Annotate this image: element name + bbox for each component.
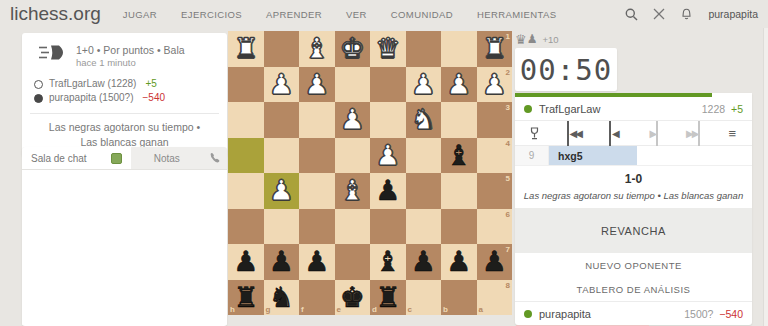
piece-bP-c7[interactable]: ♟ [411,244,436,279]
bottom-player-rating: 1500? −540 [684,308,743,320]
scrollbar-track[interactable] [763,28,768,326]
square-b6[interactable] [441,209,477,245]
phone-icon[interactable] [203,147,227,169]
square-d7[interactable]: ♝ [370,244,406,280]
file-label-b: b [443,305,448,314]
square-a4[interactable]: 4 [477,138,513,174]
square-b5[interactable] [441,173,477,209]
top-navbar: lichess.org JUGAR EJERCICIOS APRENDER VE… [0,0,768,28]
black-player-link[interactable]: purapapita (1500?) [49,91,134,106]
square-b3[interactable] [441,102,477,138]
file-label-e: e [337,305,341,314]
black-player-row: purapapita (1500?) −540 [34,91,215,106]
chat-body[interactable] [22,170,227,325]
square-h7[interactable]: ♟ [228,244,264,280]
file-label-g: g [266,305,271,314]
top-player-rating-change: +5 [731,103,743,115]
square-f5[interactable] [299,173,335,209]
challenges-icon[interactable] [653,8,665,20]
square-b2[interactable]: ♟ [441,67,477,103]
white-disc-icon [34,80,43,89]
bottom-player-row: purapapita 1500? −540 [515,301,752,325]
lichess-logo[interactable]: lichess.org [10,3,101,25]
square-d3[interactable] [370,102,406,138]
menu-jugar[interactable]: JUGAR [123,9,157,20]
rank-label-6: 6 [506,210,510,219]
bottom-player-name[interactable]: purapapita [539,308,591,320]
square-g2[interactable]: ♟ [264,67,300,103]
piece-bN-g8[interactable]: ♞ [269,280,294,315]
square-b4[interactable]: ♝ [441,138,477,174]
piece-bR-d8[interactable]: ♜ [375,280,400,315]
square-c2[interactable]: ♟ [406,67,442,103]
bottom-player-rating-change: −540 [719,308,743,320]
square-d8[interactable]: ♜d [370,280,406,316]
top-player-name[interactable]: TrafLgarLaw [539,103,600,115]
square-g5[interactable]: ♟ [264,173,300,209]
square-d5[interactable]: ♟ [370,173,406,209]
piece-bP-a7[interactable]: ♟ [482,244,507,279]
tab-notes[interactable]: Notas [131,147,203,169]
file-label-f: f [301,305,304,314]
black-rating-change: −540 [143,91,166,106]
piece-wB-f1[interactable]: ♝ [304,31,329,66]
square-b8[interactable]: b [441,280,477,316]
analysis-icon[interactable] [515,121,555,146]
square-h4[interactable] [228,138,264,174]
square-g6[interactable] [264,209,300,245]
chat-card: Sala de chat Notas [22,147,227,326]
top-player-rating: 1228 +5 [702,103,743,115]
chat-toggle[interactable] [111,153,122,164]
main-menu: JUGAR EJERCICIOS APRENDER VER COMUNIDAD … [123,9,557,20]
piece-wP-a2[interactable]: ♟ [482,67,507,102]
square-a6[interactable]: 6 [477,209,513,245]
piece-bP-d5[interactable]: ♟ [375,173,400,208]
white-clock: 00:50 [515,48,617,91]
piece-wQ-d1[interactable]: ♛ [375,31,400,66]
square-a2[interactable]: ♟2 [477,67,513,103]
game-info-card: 1+0 • Por puntos • Bala hace 1 minuto Tr… [22,33,227,157]
square-h1[interactable]: ♜ [228,31,264,67]
piece-bK-e8[interactable]: ♚ [340,280,365,315]
piece-wB-e5[interactable]: ♝ [340,173,365,208]
game-panel: TrafLgarLaw 1228 +5 ◀◀ ◀ ▶ ▶▶ ≡ 9 hxg5 1… [515,93,752,325]
file-label-a: a [479,305,483,314]
square-h6[interactable] [228,209,264,245]
last-move-button[interactable]: ▶▶ [673,121,713,146]
square-e5[interactable]: ♝ [335,173,371,209]
square-h8[interactable]: ♜h [228,280,264,316]
menu-herramientas[interactable]: HERRAMIENTAS [477,9,557,20]
menu-comunidad[interactable]: COMUNIDAD [391,9,453,20]
square-f6[interactable] [299,209,335,245]
piece-bB-d7[interactable]: ♝ [375,244,400,279]
square-c4[interactable] [406,138,442,174]
analysis-board-button[interactable]: TABLERO DE ANÁLISIS [515,277,752,301]
online-dot-icon [524,310,532,318]
square-c5[interactable] [406,173,442,209]
game-result-text: Las negras agotaron su tiempo • Las blan… [34,120,215,149]
square-g4[interactable] [264,138,300,174]
move-hxg5[interactable]: hxg5 [549,146,637,165]
piece-wR-a1[interactable]: ♜ [482,31,507,66]
piece-wP-e3[interactable]: ♟ [340,102,365,137]
square-a5[interactable]: 5 [477,173,513,209]
square-g1[interactable] [264,31,300,67]
first-move-button[interactable]: ◀◀ [555,121,595,146]
square-f7[interactable]: ♟ [299,244,335,280]
square-b1[interactable] [441,31,477,67]
rematch-button[interactable]: REVANCHA [515,208,752,253]
rank-label-3: 3 [506,103,510,112]
square-a3[interactable]: 3 [477,102,513,138]
piece-wR-h1[interactable]: ♜ [233,31,258,66]
new-opponent-button[interactable]: NUEVO OPONENTE [515,253,752,277]
square-f4[interactable] [299,138,335,174]
square-f1[interactable]: ♝ [299,31,335,67]
menu-ver[interactable]: VER [346,9,367,20]
square-e8[interactable]: ♚e [335,280,371,316]
online-dot-icon [524,105,532,113]
piece-wK-e1[interactable]: ♚ [340,31,365,66]
square-c1[interactable] [406,31,442,67]
divider [30,113,219,114]
next-move-button[interactable]: ▶ [634,121,674,146]
time-control: 1+0 • Por puntos • Bala [76,43,185,57]
bullet-icon [38,43,68,66]
material-advantage: ♛ ♟ +10 [515,33,752,46]
piece-bB-b4[interactable]: ♝ [446,138,471,173]
material-advantage-value: +10 [542,34,558,45]
tab-chat-room[interactable]: Sala de chat [22,147,131,169]
rank-label-2: 2 [506,68,510,77]
piece-wN-c3[interactable]: ♞ [411,102,436,137]
square-d4[interactable]: ♟ [370,138,406,174]
square-e2[interactable] [335,67,371,103]
piece-bP-f7[interactable]: ♟ [304,244,329,279]
piece-bP-g7[interactable]: ♟ [269,244,294,279]
move-number: 9 [515,146,549,165]
result-reason: Las negras agotaron su tiempo • Las blan… [523,190,744,201]
piece-wP-g2[interactable]: ♟ [269,67,294,102]
menu-ejercicios[interactable]: EJERCICIOS [181,9,242,20]
square-c8[interactable]: c [406,280,442,316]
square-b7[interactable]: ♟ [441,244,477,280]
notifications-bell-icon[interactable] [680,8,693,21]
search-icon[interactable] [625,8,638,21]
white-player-link[interactable]: TrafLgarLaw (1228) [49,77,136,92]
square-a1[interactable]: ♜1 [477,31,513,67]
piece-wP-d4[interactable]: ♟ [375,138,400,173]
square-g3[interactable] [264,102,300,138]
white-rating-change: +5 [145,77,156,92]
white-player-row: TrafLgarLaw (1228) +5 [34,77,215,92]
square-d2[interactable] [370,67,406,103]
captured-queen-icon: ♛ [515,33,527,46]
square-g7[interactable]: ♟ [264,244,300,280]
captured-pawn-icon: ♟ [527,33,538,46]
move-list-row: 9 hxg5 [515,146,752,166]
square-f3[interactable] [299,102,335,138]
piece-wP-b2[interactable]: ♟ [446,67,471,102]
rank-label-1: 1 [506,32,510,41]
moves-menu-icon[interactable]: ≡ [713,121,753,146]
piece-bP-h7[interactable]: ♟ [233,244,258,279]
square-e7[interactable] [335,244,371,280]
rank-label-5: 5 [506,174,510,183]
rank-label-8: 8 [506,281,510,290]
menu-aprender[interactable]: APRENDER [266,9,322,20]
square-h5[interactable] [228,173,264,209]
file-label-c: c [408,305,412,314]
square-e3[interactable]: ♟ [335,102,371,138]
piece-bP-b7[interactable]: ♟ [446,244,471,279]
chat-tab-label: Sala de chat [31,153,87,164]
square-h2[interactable] [228,67,264,103]
rank-label-4: 4 [506,139,510,148]
username[interactable]: purapapita [708,8,758,20]
file-label-h: h [230,305,235,314]
rank-label-7: 7 [506,245,510,254]
square-d1[interactable]: ♛ [370,31,406,67]
square-c3[interactable]: ♞ [406,102,442,138]
square-g8[interactable]: ♞g [264,280,300,316]
game-time-ago: hace 1 minuto [76,57,185,70]
square-c7[interactable]: ♟ [406,244,442,280]
square-e4[interactable] [335,138,371,174]
result-score: 1-0 [523,172,744,186]
square-c6[interactable] [406,209,442,245]
piece-wP-c2[interactable]: ♟ [411,67,436,102]
square-h3[interactable] [228,102,264,138]
square-e6[interactable] [335,209,371,245]
square-a8[interactable]: 8a [477,280,513,316]
square-d6[interactable] [370,209,406,245]
square-f8[interactable]: f [299,280,335,316]
previous-move-button[interactable]: ◀ [594,121,634,146]
piece-wP-f2[interactable]: ♟ [304,67,329,102]
piece-wP-g5[interactable]: ♟ [269,173,294,208]
square-f2[interactable]: ♟ [299,67,335,103]
right-column: ♛ ♟ +10 00:50 TrafLgarLaw 1228 +5 ◀◀ ◀ ▶… [515,33,752,326]
file-label-d: d [372,305,377,314]
notes-tab-label: Notas [154,153,180,164]
square-e1[interactable]: ♚ [335,31,371,67]
chess-board[interactable]: ♜♝♚♛♜1♟♟♟♟♟2♟♞3♟♝4♟♝♟56♟♟♟♝♟♟♟7♜h♞gf♚e♜d… [228,31,512,315]
piece-bR-h8[interactable]: ♜ [233,280,258,315]
top-player-row: TrafLgarLaw 1228 +5 [515,97,752,121]
square-a7[interactable]: ♟7 [477,244,513,280]
black-disc-icon [34,94,43,103]
replay-controls: ◀◀ ◀ ▶ ▶▶ ≡ [515,121,752,146]
